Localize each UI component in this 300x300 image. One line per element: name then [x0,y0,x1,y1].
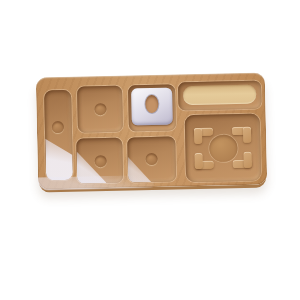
finger-dimple [95,155,107,167]
oval-cutout [145,95,158,113]
finger-dimple [146,153,158,165]
photo-background [0,0,300,300]
pen-tray-floor [183,85,256,106]
finger-dimple [52,121,64,133]
left-tall-well [44,90,73,181]
pen-tray-well [178,81,262,111]
glare-reflection [45,130,73,180]
white-inset-pad [131,88,173,126]
top-middle-well-2 [128,84,176,131]
corner-bracket-bottom-right [233,152,252,168]
holder-well [185,114,262,183]
rim-glare-reflection [38,175,154,191]
finger-dimple [94,103,106,115]
wooden-organizer-tray [36,72,267,189]
top-middle-well-1 [77,86,123,133]
